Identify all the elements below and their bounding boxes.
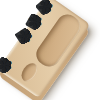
knob-piece-5[interactable]: ✽: [0, 55, 15, 76]
knob-piece-1[interactable]: ✽: [15, 26, 36, 47]
star-knob-icon: ✽: [15, 27, 35, 47]
star-knob-icon: ✽: [0, 55, 15, 75]
product-photo-scene: ✽ ✽ ✽ ✽ ✽: [0, 0, 100, 100]
oval-well-recess: [18, 60, 40, 84]
